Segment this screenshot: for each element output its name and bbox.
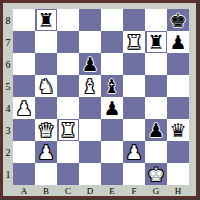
piece-white-rook-c3[interactable]: ♜ xyxy=(59,119,76,141)
rank-label-2: 2 xyxy=(3,141,13,163)
square-g1[interactable]: ♚ xyxy=(145,163,167,185)
file-label-g: G xyxy=(145,185,167,196)
square-c4[interactable] xyxy=(57,97,79,119)
rank-label-7: 7 xyxy=(3,31,13,53)
square-c1[interactable] xyxy=(57,163,79,185)
piece-white-bishop-d5[interactable]: ♝ xyxy=(81,75,98,97)
piece-white-king-g1[interactable]: ♚ xyxy=(147,163,164,185)
piece-white-pawn-f2[interactable]: ♟ xyxy=(125,141,142,163)
square-h2[interactable] xyxy=(167,141,189,163)
square-e3[interactable] xyxy=(101,119,123,141)
square-a8[interactable] xyxy=(13,9,35,31)
square-e8[interactable] xyxy=(101,9,123,31)
piece-white-pawn-b2[interactable]: ♟ xyxy=(37,141,54,163)
square-e4[interactable]: ♟ xyxy=(101,97,123,119)
square-e7[interactable] xyxy=(101,31,123,53)
square-d8[interactable] xyxy=(79,9,101,31)
chess-board[interactable]: ♜♚♜♜♟♟♞♝♝♟♟♛♜♟♛♟♟♚ xyxy=(13,9,189,185)
square-e5[interactable]: ♝ xyxy=(101,75,123,97)
square-a5[interactable] xyxy=(13,75,35,97)
rank-label-6: 6 xyxy=(3,53,13,75)
piece-black-queen-h3[interactable]: ♛ xyxy=(169,119,186,141)
square-c2[interactable] xyxy=(57,141,79,163)
square-h4[interactable] xyxy=(167,97,189,119)
rank-label-8: 8 xyxy=(3,9,13,31)
square-f4[interactable] xyxy=(123,97,145,119)
square-h5[interactable] xyxy=(167,75,189,97)
square-f8[interactable] xyxy=(123,9,145,31)
square-b8[interactable]: ♜ xyxy=(35,9,57,31)
square-g2[interactable] xyxy=(145,141,167,163)
square-b1[interactable] xyxy=(35,163,57,185)
file-label-e: E xyxy=(101,185,123,196)
square-g3[interactable]: ♟ xyxy=(145,119,167,141)
square-g7[interactable]: ♜ xyxy=(145,31,167,53)
rank-label-5: 5 xyxy=(3,75,13,97)
square-g5[interactable] xyxy=(145,75,167,97)
piece-white-queen-b3[interactable]: ♛ xyxy=(37,119,54,141)
chess-board-window: 87654321 ♜♚♜♜♟♟♞♝♝♟♟♛♜♟♛♟♟♚ ABCDEFGH xyxy=(0,0,200,200)
rank-label-3: 3 xyxy=(3,119,13,141)
piece-black-king-h8[interactable]: ♚ xyxy=(169,9,186,31)
square-d4[interactable] xyxy=(79,97,101,119)
file-labels: ABCDEFGH xyxy=(13,185,189,196)
square-f5[interactable] xyxy=(123,75,145,97)
piece-black-bishop-e5[interactable]: ♝ xyxy=(103,75,120,97)
square-d5[interactable]: ♝ xyxy=(79,75,101,97)
rank-label-1: 1 xyxy=(3,163,13,185)
piece-black-rook-b8[interactable]: ♜ xyxy=(37,9,54,31)
square-a3[interactable] xyxy=(13,119,35,141)
square-b3[interactable]: ♛ xyxy=(35,119,57,141)
board-margin: 87654321 ♜♚♜♜♟♟♞♝♝♟♟♛♜♟♛♟♟♚ ABCDEFGH xyxy=(3,3,196,196)
square-h6[interactable] xyxy=(167,53,189,75)
square-h7[interactable]: ♟ xyxy=(167,31,189,53)
square-d6[interactable]: ♟ xyxy=(79,53,101,75)
square-d1[interactable] xyxy=(79,163,101,185)
square-a4[interactable]: ♟ xyxy=(13,97,35,119)
square-g6[interactable] xyxy=(145,53,167,75)
square-h1[interactable] xyxy=(167,163,189,185)
file-label-a: A xyxy=(13,185,35,196)
rank-labels: 87654321 xyxy=(3,9,13,185)
file-label-c: C xyxy=(57,185,79,196)
square-e6[interactable] xyxy=(101,53,123,75)
file-label-f: F xyxy=(123,185,145,196)
square-a1[interactable] xyxy=(13,163,35,185)
square-c5[interactable] xyxy=(57,75,79,97)
square-g4[interactable] xyxy=(145,97,167,119)
square-a7[interactable] xyxy=(13,31,35,53)
square-c8[interactable] xyxy=(57,9,79,31)
rook-sprite-background: ♜ xyxy=(37,10,56,30)
square-f2[interactable]: ♟ xyxy=(123,141,145,163)
square-f3[interactable] xyxy=(123,119,145,141)
piece-black-rook-g7[interactable]: ♜ xyxy=(147,31,164,53)
piece-black-pawn-h7[interactable]: ♟ xyxy=(169,31,186,53)
square-g8[interactable] xyxy=(145,9,167,31)
piece-black-pawn-g3[interactable]: ♟ xyxy=(147,119,164,141)
square-d3[interactable] xyxy=(79,119,101,141)
rook-sprite-background: ♜ xyxy=(59,120,78,140)
square-c7[interactable] xyxy=(57,31,79,53)
rank-label-4: 4 xyxy=(3,97,13,119)
square-c6[interactable] xyxy=(57,53,79,75)
square-b6[interactable] xyxy=(35,53,57,75)
file-label-h: H xyxy=(167,185,189,196)
piece-black-pawn-e4[interactable]: ♟ xyxy=(103,97,120,119)
square-a2[interactable] xyxy=(13,141,35,163)
rook-sprite-background: ♜ xyxy=(147,32,166,52)
square-b4[interactable] xyxy=(35,97,57,119)
piece-white-knight-b5[interactable]: ♞ xyxy=(37,75,54,97)
square-f7[interactable]: ♜ xyxy=(123,31,145,53)
square-h8[interactable]: ♚ xyxy=(167,9,189,31)
piece-white-rook-f7[interactable]: ♜ xyxy=(125,31,142,53)
square-b7[interactable] xyxy=(35,31,57,53)
file-label-b: B xyxy=(35,185,57,196)
piece-black-pawn-d6[interactable]: ♟ xyxy=(81,53,98,75)
square-e1[interactable] xyxy=(101,163,123,185)
piece-white-pawn-a4[interactable]: ♟ xyxy=(15,97,32,119)
square-c3[interactable]: ♜ xyxy=(57,119,79,141)
square-b2[interactable]: ♟ xyxy=(35,141,57,163)
square-f1[interactable] xyxy=(123,163,145,185)
square-e2[interactable] xyxy=(101,141,123,163)
square-f6[interactable] xyxy=(123,53,145,75)
square-b5[interactable]: ♞ xyxy=(35,75,57,97)
square-d7[interactable] xyxy=(79,31,101,53)
square-h3[interactable]: ♛ xyxy=(167,119,189,141)
square-d2[interactable] xyxy=(79,141,101,163)
file-label-d: D xyxy=(79,185,101,196)
rook-sprite-background: ♜ xyxy=(125,32,144,52)
square-a6[interactable] xyxy=(13,53,35,75)
